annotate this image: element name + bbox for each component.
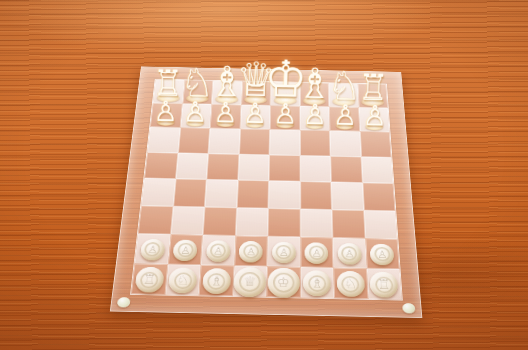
square-g5[interactable] (330, 156, 362, 183)
square-h7[interactable]: ♙ (358, 107, 389, 132)
square-h3[interactable] (364, 210, 398, 239)
disc-ghost-glyph: ♘ (344, 277, 357, 290)
square-h1[interactable]: ♖ (366, 268, 401, 300)
square-g2[interactable]: ♙ (333, 238, 367, 268)
square-g6[interactable] (330, 131, 361, 157)
square-a1[interactable]: ♖ (131, 263, 168, 295)
chess-board-grid: ♖♘♗♕♔♗♘♖♙♙♙♙♙♙♙♙♙♙♙♙♙♙♙♙♖♘♗♕♔♗♘♖ (131, 79, 402, 299)
square-f7[interactable]: ♙ (300, 106, 330, 131)
square-d4[interactable] (236, 180, 268, 208)
square-g1[interactable]: ♘ (333, 267, 368, 299)
piece-white-pawn-c2[interactable]: ♙ (206, 240, 231, 262)
square-a3[interactable] (138, 205, 173, 234)
disc-ghost-glyph: ♗ (311, 277, 324, 290)
square-g3[interactable] (332, 209, 365, 238)
piece-white-pawn-a2[interactable]: ♙ (140, 239, 166, 261)
square-a6[interactable] (147, 127, 180, 153)
piece-white-pawn-f2[interactable]: ♙ (305, 242, 329, 264)
square-f2[interactable]: ♙ (300, 237, 333, 267)
square-h2[interactable]: ♙ (365, 238, 400, 268)
square-c4[interactable] (205, 179, 238, 207)
square-d1[interactable]: ♕ (233, 265, 267, 297)
piece-white-pawn-e2[interactable]: ♙ (272, 241, 296, 263)
disc-ghost-glyph: ♙ (344, 248, 355, 258)
piece-white-rook-h1[interactable]: ♖ (370, 272, 399, 298)
square-g7[interactable]: ♙ (329, 106, 360, 131)
square-b5[interactable] (175, 153, 208, 180)
square-d5[interactable] (238, 154, 270, 181)
disc-ghost-glyph: ♘ (176, 274, 190, 287)
square-a5[interactable] (144, 152, 178, 179)
square-h4[interactable] (362, 183, 395, 211)
square-c3[interactable] (203, 207, 237, 236)
square-f5[interactable] (300, 155, 331, 182)
square-b1[interactable]: ♘ (165, 264, 201, 296)
square-e6[interactable] (269, 129, 300, 155)
piece-white-pawn-h2[interactable]: ♙ (370, 243, 395, 265)
disc-ghost-glyph: ♕ (243, 275, 256, 288)
square-c5[interactable] (207, 153, 239, 180)
square-h6[interactable] (360, 131, 392, 157)
piece-white-knight-b1[interactable]: ♘ (168, 268, 198, 294)
square-d6[interactable] (239, 129, 270, 155)
square-e1[interactable]: ♔ (266, 266, 300, 298)
square-b3[interactable] (170, 206, 204, 235)
square-f1[interactable]: ♗ (300, 267, 334, 299)
disc-ghost-glyph: ♙ (213, 246, 224, 256)
square-d2[interactable]: ♙ (234, 236, 268, 266)
square-c7[interactable]: ♙ (210, 104, 241, 129)
square-b4[interactable] (173, 179, 207, 207)
square-h5[interactable] (361, 156, 393, 183)
piece-black-pawn-d7[interactable]: ♙ (243, 99, 267, 127)
piece-black-pawn-b7[interactable]: ♙ (183, 98, 207, 126)
square-c1[interactable]: ♗ (199, 265, 234, 297)
square-a2[interactable]: ♙ (135, 234, 171, 264)
piece-black-pawn-g7[interactable]: ♙ (333, 101, 357, 129)
square-f3[interactable] (300, 209, 333, 238)
glass-chessboard: ♖♘♗♕♔♗♘♖♙♙♙♙♙♙♙♙♙♙♙♙♙♙♙♙♖♘♗♕♔♗♘♖ (110, 66, 423, 318)
disc-ghost-glyph: ♙ (311, 248, 321, 258)
square-e3[interactable] (268, 208, 300, 237)
piece-white-queen-d1[interactable]: ♕ (233, 267, 266, 297)
disc-ghost-glyph: ♙ (377, 249, 388, 260)
piece-white-pawn-d2[interactable]: ♙ (239, 241, 263, 263)
chessboard-scene: ♖♘♗♕♔♗♘♖♙♙♙♙♙♙♙♙♙♙♙♙♙♙♙♙♖♘♗♕♔♗♘♖ (98, 10, 438, 350)
board-perspective-wrapper: ♖♘♗♕♔♗♘♖♙♙♙♙♙♙♙♙♙♙♙♙♙♙♙♙♖♘♗♕♔♗♘♖ (110, 66, 420, 316)
square-b6[interactable] (178, 128, 210, 154)
glass-foot-left (117, 297, 131, 307)
piece-white-knight-g1[interactable]: ♘ (336, 271, 365, 297)
square-e5[interactable] (269, 155, 300, 182)
disc-ghost-glyph: ♙ (246, 246, 257, 256)
square-a4[interactable] (141, 178, 175, 206)
square-e2[interactable]: ♙ (267, 236, 300, 266)
piece-white-bishop-c1[interactable]: ♗ (202, 268, 231, 294)
piece-white-pawn-b2[interactable]: ♙ (173, 239, 198, 261)
square-c6[interactable] (208, 128, 240, 154)
square-f4[interactable] (300, 181, 332, 209)
disc-ghost-glyph: ♙ (180, 245, 191, 255)
piece-white-bishop-f1[interactable]: ♗ (303, 270, 331, 296)
square-c2[interactable]: ♙ (201, 235, 235, 265)
square-d7[interactable]: ♙ (240, 105, 270, 130)
square-e4[interactable] (268, 181, 300, 209)
disc-ghost-glyph: ♖ (142, 273, 156, 286)
photo-scene: ♖♘♗♕♔♗♘♖♙♙♙♙♙♙♙♙♙♙♙♙♙♙♙♙♖♘♗♕♔♗♘♖ (0, 0, 528, 350)
square-b7[interactable]: ♙ (180, 103, 212, 128)
disc-ghost-glyph: ♙ (279, 247, 289, 257)
piece-black-pawn-f7[interactable]: ♙ (303, 100, 327, 128)
piece-black-pawn-e7[interactable]: ♙ (273, 100, 297, 128)
square-e7[interactable]: ♙ (270, 105, 300, 130)
piece-black-pawn-c7[interactable]: ♙ (213, 98, 237, 126)
square-b2[interactable]: ♙ (168, 234, 203, 264)
square-g4[interactable] (331, 182, 363, 210)
disc-ghost-glyph: ♗ (210, 275, 224, 288)
piece-black-pawn-h7[interactable]: ♙ (363, 101, 388, 129)
disc-ghost-glyph: ♔ (277, 276, 290, 289)
piece-white-rook-a1[interactable]: ♖ (134, 267, 164, 293)
piece-white-pawn-g2[interactable]: ♙ (337, 243, 361, 265)
disc-ghost-glyph: ♙ (147, 244, 158, 254)
square-a7[interactable]: ♙ (150, 103, 182, 128)
square-f6[interactable] (300, 130, 331, 156)
glass-foot-right (402, 303, 416, 314)
square-d3[interactable] (235, 207, 268, 236)
piece-white-king-e1[interactable]: ♔ (267, 268, 300, 298)
piece-black-pawn-a7[interactable]: ♙ (153, 97, 177, 125)
disc-ghost-glyph: ♖ (377, 278, 391, 291)
